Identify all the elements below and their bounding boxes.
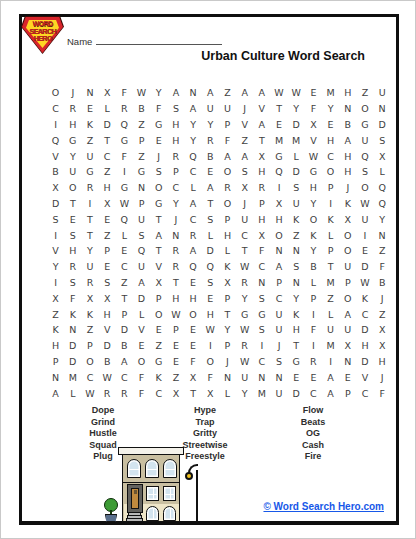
grid-cell[interactable]: N (81, 85, 98, 101)
grid-cell[interactable]: O (219, 196, 236, 212)
grid-cell[interactable]: X (305, 117, 322, 133)
grid-cell[interactable]: S (202, 275, 219, 291)
grid-cell[interactable]: H (374, 354, 391, 370)
grid-cell[interactable]: G (64, 132, 81, 148)
grid-cell[interactable]: Z (133, 117, 150, 133)
grid-cell[interactable]: P (339, 275, 356, 291)
grid-cell[interactable]: O (270, 227, 287, 243)
grid-cell[interactable]: G (305, 164, 322, 180)
grid-cell[interactable]: Z (133, 148, 150, 164)
grid-cell[interactable]: X (99, 290, 116, 306)
grid-cell[interactable]: N (133, 180, 150, 196)
grid-cell[interactable]: P (339, 385, 356, 401)
grid-cell[interactable]: S (288, 259, 305, 275)
grid-cell[interactable]: C (305, 385, 322, 401)
grid-cell[interactable]: Y (236, 290, 253, 306)
grid-cell[interactable]: Y (150, 85, 167, 101)
grid-cell[interactable]: I (305, 306, 322, 322)
grid-cell[interactable]: R (64, 101, 81, 117)
grid-cell[interactable]: H (288, 322, 305, 338)
grid-cell[interactable]: M (253, 385, 270, 401)
grid-cell[interactable]: H (99, 306, 116, 322)
grid-cell[interactable]: K (356, 290, 373, 306)
grid-cell[interactable]: F (133, 369, 150, 385)
grid-cell[interactable]: S (270, 354, 287, 370)
grid-cell[interactable]: B (374, 275, 391, 291)
grid-cell[interactable]: X (81, 290, 98, 306)
grid-cell[interactable]: E (133, 338, 150, 354)
grid-cell[interactable]: J (150, 148, 167, 164)
grid-cell[interactable]: R (236, 275, 253, 291)
grid-cell[interactable]: P (322, 180, 339, 196)
grid-cell[interactable]: A (47, 385, 64, 401)
grid-cell[interactable]: E (167, 354, 184, 370)
grid-cell[interactable]: X (47, 180, 64, 196)
grid-cell[interactable]: X (236, 180, 253, 196)
grid-cell[interactable]: F (374, 385, 391, 401)
grid-cell[interactable]: F (116, 85, 133, 101)
grid-cell[interactable]: H (167, 290, 184, 306)
grid-cell[interactable]: T (322, 259, 339, 275)
grid-cell[interactable]: Z (99, 164, 116, 180)
grid-cell[interactable]: G (288, 354, 305, 370)
grid-cell[interactable]: Y (322, 101, 339, 117)
grid-cell[interactable]: H (339, 148, 356, 164)
grid-cell[interactable]: Z (288, 227, 305, 243)
grid-cell[interactable]: X (99, 85, 116, 101)
grid-cell[interactable]: D (99, 117, 116, 133)
grid-cell[interactable]: S (374, 132, 391, 148)
grid-cell[interactable]: U (270, 322, 287, 338)
grid-cell[interactable]: B (116, 338, 133, 354)
grid-cell[interactable]: Q (185, 259, 202, 275)
grid-cell[interactable]: U (339, 259, 356, 275)
grid-cell[interactable]: R (167, 148, 184, 164)
grid-cell[interactable]: P (219, 338, 236, 354)
grid-cell[interactable]: T (81, 211, 98, 227)
grid-cell[interactable]: S (236, 164, 253, 180)
grid-cell[interactable]: H (99, 180, 116, 196)
grid-cell[interactable]: Y (202, 117, 219, 133)
grid-cell[interactable]: U (219, 101, 236, 117)
grid-cell[interactable]: Y (288, 101, 305, 117)
grid-cell[interactable]: M (322, 275, 339, 291)
grid-cell[interactable]: N (288, 243, 305, 259)
grid-cell[interactable]: F (64, 290, 81, 306)
grid-cell[interactable]: A (202, 180, 219, 196)
grid-cell[interactable]: U (270, 385, 287, 401)
grid-cell[interactable]: S (253, 290, 270, 306)
word-item[interactable]: Trap (150, 417, 260, 429)
grid-cell[interactable]: I (356, 227, 373, 243)
grid-cell[interactable]: Z (99, 227, 116, 243)
grid-cell[interactable]: H (253, 211, 270, 227)
grid-cell[interactable]: L (322, 227, 339, 243)
grid-cell[interactable]: W (99, 369, 116, 385)
grid-cell[interactable]: U (322, 322, 339, 338)
grid-cell[interactable]: C (185, 211, 202, 227)
grid-cell[interactable]: B (47, 164, 64, 180)
grid-cell[interactable]: H (356, 338, 373, 354)
grid-cell[interactable]: V (356, 369, 373, 385)
grid-cell[interactable]: H (322, 132, 339, 148)
grid-cell[interactable]: L (116, 227, 133, 243)
grid-cell[interactable]: S (202, 211, 219, 227)
grid-cell[interactable]: X (150, 275, 167, 291)
grid-cell[interactable]: X (374, 322, 391, 338)
grid-cell[interactable]: N (270, 369, 287, 385)
grid-cell[interactable]: X (374, 148, 391, 164)
grid-cell[interactable]: F (374, 259, 391, 275)
grid-cell[interactable]: I (270, 180, 287, 196)
grid-cell[interactable]: N (339, 101, 356, 117)
grid-cell[interactable]: P (270, 275, 287, 291)
grid-cell[interactable]: J (236, 196, 253, 212)
grid-cell[interactable]: Q (202, 259, 219, 275)
grid-cell[interactable]: D (356, 259, 373, 275)
grid-cell[interactable]: J (236, 101, 253, 117)
grid-cell[interactable]: Q (374, 180, 391, 196)
name-blank-line[interactable] (96, 34, 222, 45)
grid-cell[interactable]: A (202, 85, 219, 101)
grid-cell[interactable]: G (150, 354, 167, 370)
grid-cell[interactable]: L (202, 227, 219, 243)
grid-cell[interactable]: J (374, 369, 391, 385)
grid-cell[interactable]: P (167, 164, 184, 180)
grid-cell[interactable]: K (322, 211, 339, 227)
grid-cell[interactable]: O (64, 180, 81, 196)
grid-cell[interactable]: C (253, 259, 270, 275)
grid-cell[interactable]: A (219, 148, 236, 164)
grid-cell[interactable]: W (305, 148, 322, 164)
grid-cell[interactable]: S (64, 275, 81, 291)
grid-cell[interactable]: Z (116, 275, 133, 291)
grid-cell[interactable]: S (288, 180, 305, 196)
grid-cell[interactable]: O (133, 354, 150, 370)
grid-cell[interactable]: G (116, 180, 133, 196)
grid-cell[interactable]: K (47, 322, 64, 338)
grid-cell[interactable]: O (356, 180, 373, 196)
grid-cell[interactable]: F (305, 322, 322, 338)
grid-cell[interactable]: S (133, 227, 150, 243)
grid-cell[interactable]: U (270, 306, 287, 322)
grid-cell[interactable]: U (288, 196, 305, 212)
word-item[interactable]: Grind (48, 417, 158, 429)
grid-cell[interactable]: O (322, 164, 339, 180)
grid-cell[interactable]: H (339, 85, 356, 101)
grid-cell[interactable]: S (167, 101, 184, 117)
word-item[interactable]: Gritty (150, 428, 260, 440)
grid-cell[interactable]: D (99, 338, 116, 354)
grid-cell[interactable]: P (219, 117, 236, 133)
grid-cell[interactable]: K (339, 196, 356, 212)
grid-cell[interactable]: Y (236, 385, 253, 401)
grid-cell[interactable]: T (288, 338, 305, 354)
grid-cell[interactable]: X (202, 385, 219, 401)
word-item[interactable]: Cash (258, 440, 368, 452)
grid-cell[interactable]: W (167, 306, 184, 322)
grid-cell[interactable]: I (47, 227, 64, 243)
grid-cell[interactable]: O (81, 354, 98, 370)
grid-cell[interactable]: L (288, 148, 305, 164)
grid-cell[interactable]: V (47, 243, 64, 259)
grid-cell[interactable]: J (270, 338, 287, 354)
grid-cell[interactable]: D (47, 196, 64, 212)
grid-cell[interactable]: E (116, 243, 133, 259)
grid-cell[interactable]: W (236, 322, 253, 338)
grid-cell[interactable]: I (47, 117, 64, 133)
grid-cell[interactable]: K (305, 227, 322, 243)
grid-cell[interactable]: H (219, 227, 236, 243)
grid-cell[interactable]: I (116, 164, 133, 180)
grid-cell[interactable]: L (133, 306, 150, 322)
grid-cell[interactable]: X (99, 196, 116, 212)
grid-cell[interactable]: X (253, 227, 270, 243)
grid-cell[interactable]: U (236, 369, 253, 385)
grid-cell[interactable]: W (356, 196, 373, 212)
grid-cell[interactable]: G (356, 117, 373, 133)
grid-cell[interactable]: Z (150, 338, 167, 354)
grid-cell[interactable]: H (167, 132, 184, 148)
grid-cell[interactable]: H (185, 290, 202, 306)
grid-cell[interactable]: C (253, 354, 270, 370)
grid-cell[interactable]: R (185, 227, 202, 243)
grid-cell[interactable]: B (202, 148, 219, 164)
grid-cell[interactable]: O (339, 243, 356, 259)
grid-cell[interactable]: N (185, 85, 202, 101)
grid-cell[interactable]: V (133, 322, 150, 338)
grid-cell[interactable]: E (99, 259, 116, 275)
grid-cell[interactable]: L (219, 385, 236, 401)
word-item[interactable]: Beats (258, 417, 368, 429)
grid-cell[interactable]: M (288, 132, 305, 148)
grid-cell[interactable]: C (236, 227, 253, 243)
grid-cell[interactable]: S (99, 275, 116, 291)
grid-cell[interactable]: G (81, 164, 98, 180)
grid-cell[interactable]: N (374, 227, 391, 243)
grid-cell[interactable]: T (150, 211, 167, 227)
grid-cell[interactable]: B (339, 117, 356, 133)
grid-cell[interactable]: C (356, 306, 373, 322)
grid-cell[interactable]: J (167, 211, 184, 227)
grid-cell[interactable]: I (322, 196, 339, 212)
grid-cell[interactable]: P (47, 354, 64, 370)
grid-cell[interactable]: X (185, 369, 202, 385)
grid-cell[interactable]: Y (219, 322, 236, 338)
grid-cell[interactable]: A (167, 85, 184, 101)
grid-cell[interactable]: F (253, 243, 270, 259)
grid-cell[interactable]: H (253, 164, 270, 180)
grid-cell[interactable]: E (150, 132, 167, 148)
grid-cell[interactable]: E (305, 85, 322, 101)
grid-cell[interactable]: E (185, 275, 202, 291)
grid-cell[interactable]: T (81, 227, 98, 243)
grid-cell[interactable]: C (99, 148, 116, 164)
grid-cell[interactable]: H (64, 243, 81, 259)
grid-cell[interactable]: Q (116, 117, 133, 133)
grid-cell[interactable]: W (202, 322, 219, 338)
grid-cell[interactable]: L (185, 180, 202, 196)
grid-cell[interactable]: E (150, 322, 167, 338)
grid-cell[interactable]: E (356, 243, 373, 259)
grid-cell[interactable]: Q (133, 243, 150, 259)
grid-cell[interactable]: Q (374, 196, 391, 212)
copyright-link[interactable]: © Word Search Hero.com (263, 501, 384, 512)
grid-cell[interactable]: J (219, 354, 236, 370)
grid-cell[interactable]: T (185, 385, 202, 401)
grid-cell[interactable]: A (185, 101, 202, 117)
grid-cell[interactable]: F (185, 354, 202, 370)
grid-cell[interactable]: B (99, 354, 116, 370)
grid-cell[interactable]: U (202, 101, 219, 117)
grid-cell[interactable]: W (133, 85, 150, 101)
grid-cell[interactable]: E (339, 369, 356, 385)
grid-cell[interactable]: D (64, 338, 81, 354)
grid-cell[interactable]: K (219, 259, 236, 275)
grid-cell[interactable]: H (64, 117, 81, 133)
grid-cell[interactable]: H (305, 180, 322, 196)
grid-cell[interactable]: Q (356, 148, 373, 164)
grid-cell[interactable]: E (167, 338, 184, 354)
grid-cell[interactable]: R (81, 275, 98, 291)
grid-cell[interactable]: A (116, 354, 133, 370)
grid-cell[interactable]: T (253, 132, 270, 148)
grid-cell[interactable]: W (236, 259, 253, 275)
grid-cell[interactable]: C (356, 385, 373, 401)
grid-cell[interactable]: F (202, 369, 219, 385)
grid-cell[interactable]: Z (356, 85, 373, 101)
grid-cell[interactable]: D (133, 290, 150, 306)
grid-cell[interactable]: H (47, 338, 64, 354)
grid-cell[interactable]: L (374, 164, 391, 180)
grid-cell[interactable]: P (81, 338, 98, 354)
grid-cell[interactable]: O (219, 164, 236, 180)
grid-cell[interactable]: R (253, 180, 270, 196)
grid-cell[interactable]: R (81, 180, 98, 196)
grid-cell[interactable]: A (253, 117, 270, 133)
grid-cell[interactable]: R (116, 101, 133, 117)
grid-cell[interactable]: G (270, 148, 287, 164)
grid-cell[interactable]: R (305, 354, 322, 370)
grid-cell[interactable]: K (81, 117, 98, 133)
grid-cell[interactable]: L (322, 306, 339, 322)
grid-cell[interactable]: V (253, 101, 270, 117)
grid-cell[interactable]: U (81, 148, 98, 164)
grid-cell[interactable]: P (253, 196, 270, 212)
grid-cell[interactable]: O (356, 101, 373, 117)
grid-cell[interactable]: R (116, 385, 133, 401)
grid-cell[interactable]: V (150, 259, 167, 275)
grid-cell[interactable]: T (219, 306, 236, 322)
grid-cell[interactable]: Q (116, 211, 133, 227)
grid-cell[interactable]: H (270, 211, 287, 227)
grid-cell[interactable]: M (270, 132, 287, 148)
grid-cell[interactable]: Y (64, 148, 81, 164)
grid-cell[interactable]: R (202, 132, 219, 148)
grid-cell[interactable]: Z (322, 290, 339, 306)
grid-cell[interactable]: F (133, 385, 150, 401)
grid-cell[interactable]: Z (236, 132, 253, 148)
grid-cell[interactable]: P (167, 322, 184, 338)
grid-cell[interactable]: X (339, 338, 356, 354)
grid-cell[interactable]: R (99, 385, 116, 401)
grid-cell[interactable]: A (236, 85, 253, 101)
grid-cell[interactable]: I (47, 275, 64, 291)
grid-cell[interactable]: R (236, 338, 253, 354)
grid-cell[interactable]: H (202, 306, 219, 322)
grid-cell[interactable]: W (356, 275, 373, 291)
grid-cell[interactable]: G (150, 196, 167, 212)
grid-cell[interactable]: Z (81, 322, 98, 338)
grid-cell[interactable]: J (339, 180, 356, 196)
grid-cell[interactable]: P (99, 243, 116, 259)
grid-cell[interactable]: N (219, 369, 236, 385)
grid-cell[interactable]: D (288, 164, 305, 180)
grid-cell[interactable]: X (167, 385, 184, 401)
grid-cell[interactable]: T (202, 196, 219, 212)
grid-cell[interactable]: C (47, 101, 64, 117)
grid-cell[interactable]: K (81, 306, 98, 322)
grid-cell[interactable]: X (219, 275, 236, 291)
grid-cell[interactable]: K (64, 306, 81, 322)
grid-cell[interactable]: N (64, 322, 81, 338)
grid-cell[interactable]: Z (374, 243, 391, 259)
grid-cell[interactable]: N (270, 243, 287, 259)
grid-cell[interactable]: V (47, 148, 64, 164)
grid-cell[interactable]: S (64, 227, 81, 243)
grid-cell[interactable]: S (356, 164, 373, 180)
grid-cell[interactable]: X (47, 290, 64, 306)
grid-cell[interactable]: C (116, 369, 133, 385)
grid-cell[interactable]: F (116, 148, 133, 164)
grid-cell[interactable]: K (288, 211, 305, 227)
grid-cell[interactable]: Z (374, 306, 391, 322)
grid-cell[interactable]: O (47, 85, 64, 101)
grid-cell[interactable]: T (150, 243, 167, 259)
grid-cell[interactable]: G (150, 117, 167, 133)
grid-cell[interactable]: Y (167, 196, 184, 212)
grid-cell[interactable]: N (374, 101, 391, 117)
grid-cell[interactable]: C (270, 290, 287, 306)
grid-cell[interactable]: W (288, 85, 305, 101)
grid-cell[interactable]: T (270, 101, 287, 117)
grid-cell[interactable]: O (185, 306, 202, 322)
grid-cell[interactable]: X (270, 196, 287, 212)
grid-cell[interactable]: Y (185, 132, 202, 148)
grid-cell[interactable]: Z (47, 306, 64, 322)
grid-cell[interactable]: O (150, 306, 167, 322)
grid-cell[interactable]: A (339, 132, 356, 148)
grid-cell[interactable]: D (202, 243, 219, 259)
grid-cell[interactable]: Y (185, 117, 202, 133)
grid-cell[interactable]: W (81, 385, 98, 401)
grid-cell[interactable]: I (322, 354, 339, 370)
grid-cell[interactable]: P (219, 290, 236, 306)
grid-cell[interactable]: P (133, 132, 150, 148)
grid-cell[interactable]: I (305, 338, 322, 354)
grid-cell[interactable]: W (270, 85, 287, 101)
grid-cell[interactable]: P (133, 196, 150, 212)
grid-cell[interactable]: Y (305, 196, 322, 212)
grid-cell[interactable]: R (167, 243, 184, 259)
grid-cell[interactable]: L (305, 275, 322, 291)
grid-cell[interactable]: A (133, 275, 150, 291)
grid-cell[interactable]: X (339, 211, 356, 227)
grid-cell[interactable]: D (288, 117, 305, 133)
grid-cell[interactable]: E (322, 117, 339, 133)
grid-cell[interactable]: D (356, 322, 373, 338)
grid-cell[interactable]: V (99, 322, 116, 338)
